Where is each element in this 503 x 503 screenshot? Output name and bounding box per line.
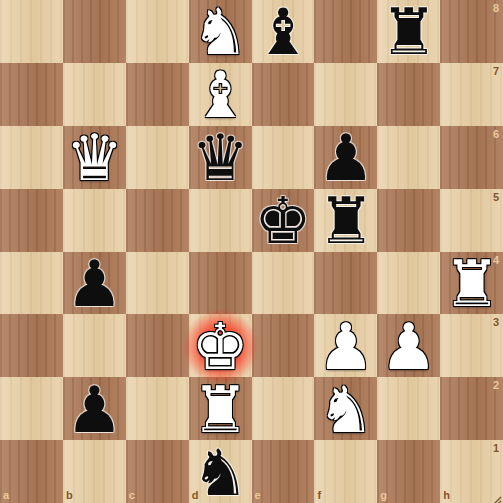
square-d5[interactable] <box>189 189 252 252</box>
piece-white-rook-h4[interactable]: ♜ <box>443 253 500 315</box>
square-g3[interactable]: ♟ <box>377 314 440 377</box>
piece-black-queen-d6[interactable]: ♛ <box>191 127 248 189</box>
piece-black-rook-f5[interactable]: ♜ <box>317 190 374 252</box>
square-e7[interactable] <box>252 63 315 126</box>
square-h6[interactable]: 6 <box>440 126 503 189</box>
square-e5[interactable]: ♚ <box>252 189 315 252</box>
square-c1[interactable]: c <box>126 440 189 503</box>
coord-label-rank-4: 4 <box>493 255 499 266</box>
square-g5[interactable] <box>377 189 440 252</box>
square-a3[interactable] <box>0 314 63 377</box>
square-c7[interactable] <box>126 63 189 126</box>
square-f6[interactable]: ♟ <box>314 126 377 189</box>
square-h8[interactable]: 8 <box>440 0 503 63</box>
square-f7[interactable] <box>314 63 377 126</box>
piece-black-knight-d1[interactable]: ♞ <box>191 442 248 503</box>
square-h5[interactable]: 5 <box>440 189 503 252</box>
square-d8[interactable]: ♞ <box>189 0 252 63</box>
coord-label-rank-6: 6 <box>493 129 499 140</box>
piece-white-knight-f2[interactable]: ♞ <box>317 379 374 441</box>
square-g6[interactable] <box>377 126 440 189</box>
square-h4[interactable]: ♜4 <box>440 252 503 315</box>
square-h3[interactable]: 3 <box>440 314 503 377</box>
square-f2[interactable]: ♞ <box>314 377 377 440</box>
coord-label-file-f: f <box>317 490 321 501</box>
square-c8[interactable] <box>126 0 189 63</box>
piece-white-rook-d2[interactable]: ♜ <box>191 379 248 441</box>
piece-black-pawn-f6[interactable]: ♟ <box>317 127 374 189</box>
piece-white-pawn-f3[interactable]: ♟ <box>317 316 374 378</box>
square-g2[interactable] <box>377 377 440 440</box>
square-d3[interactable]: ♚ <box>189 314 252 377</box>
square-a1[interactable]: a <box>0 440 63 503</box>
resize-handle-icon[interactable] <box>491 491 502 502</box>
coord-label-rank-7: 7 <box>493 66 499 77</box>
coord-label-file-g: g <box>380 490 387 501</box>
square-b2[interactable]: ♟ <box>63 377 126 440</box>
coord-label-file-e: e <box>255 490 261 501</box>
coord-label-rank-5: 5 <box>493 192 499 203</box>
coord-label-rank-8: 8 <box>493 3 499 14</box>
coord-label-rank-1: 1 <box>493 443 499 454</box>
square-c4[interactable] <box>126 252 189 315</box>
square-d7[interactable]: ♝ <box>189 63 252 126</box>
piece-black-rook-g8[interactable]: ♜ <box>380 1 437 63</box>
coord-label-file-d: d <box>192 490 199 501</box>
square-d2[interactable]: ♜ <box>189 377 252 440</box>
piece-white-knight-d8[interactable]: ♞ <box>191 1 248 63</box>
square-g1[interactable]: g <box>377 440 440 503</box>
square-h7[interactable]: 7 <box>440 63 503 126</box>
square-a4[interactable] <box>0 252 63 315</box>
piece-black-pawn-b4[interactable]: ♟ <box>66 253 123 315</box>
coord-label-file-a: a <box>3 490 9 501</box>
coord-label-file-c: c <box>129 490 135 501</box>
square-f5[interactable]: ♜ <box>314 189 377 252</box>
square-b8[interactable] <box>63 0 126 63</box>
square-e4[interactable] <box>252 252 315 315</box>
square-a6[interactable] <box>0 126 63 189</box>
square-b4[interactable]: ♟ <box>63 252 126 315</box>
coord-label-file-b: b <box>66 490 73 501</box>
square-c2[interactable] <box>126 377 189 440</box>
chess-board: ♞♝♜8♝7♛♛♟6♚♜5♟♜4♚♟♟3♟♜♞2abc♞defg1h <box>0 0 503 503</box>
coord-label-rank-2: 2 <box>493 380 499 391</box>
square-a8[interactable] <box>0 0 63 63</box>
square-f4[interactable] <box>314 252 377 315</box>
square-c5[interactable] <box>126 189 189 252</box>
square-h2[interactable]: 2 <box>440 377 503 440</box>
square-g4[interactable] <box>377 252 440 315</box>
piece-black-bishop-e8[interactable]: ♝ <box>254 1 311 63</box>
square-g7[interactable] <box>377 63 440 126</box>
coord-label-rank-3: 3 <box>493 317 499 328</box>
piece-white-bishop-d7[interactable]: ♝ <box>191 64 248 126</box>
square-b5[interactable] <box>63 189 126 252</box>
square-a2[interactable] <box>0 377 63 440</box>
square-f3[interactable]: ♟ <box>314 314 377 377</box>
square-e1[interactable]: e <box>252 440 315 503</box>
square-f1[interactable]: f <box>314 440 377 503</box>
piece-white-queen-b6[interactable]: ♛ <box>66 127 123 189</box>
square-f8[interactable] <box>314 0 377 63</box>
square-d1[interactable]: ♞d <box>189 440 252 503</box>
square-d4[interactable] <box>189 252 252 315</box>
square-c6[interactable] <box>126 126 189 189</box>
square-e2[interactable] <box>252 377 315 440</box>
square-a7[interactable] <box>0 63 63 126</box>
square-b6[interactable]: ♛ <box>63 126 126 189</box>
square-d6[interactable]: ♛ <box>189 126 252 189</box>
square-b7[interactable] <box>63 63 126 126</box>
square-b3[interactable] <box>63 314 126 377</box>
piece-white-king-d3[interactable]: ♚ <box>191 316 248 378</box>
square-b1[interactable]: b <box>63 440 126 503</box>
square-e8[interactable]: ♝ <box>252 0 315 63</box>
piece-white-pawn-g3[interactable]: ♟ <box>380 316 437 378</box>
square-g8[interactable]: ♜ <box>377 0 440 63</box>
square-e6[interactable] <box>252 126 315 189</box>
square-c3[interactable] <box>126 314 189 377</box>
coord-label-file-h: h <box>443 490 450 501</box>
piece-black-pawn-b2[interactable]: ♟ <box>66 379 123 441</box>
square-e3[interactable] <box>252 314 315 377</box>
square-a5[interactable] <box>0 189 63 252</box>
piece-black-king-e5[interactable]: ♚ <box>254 190 311 252</box>
